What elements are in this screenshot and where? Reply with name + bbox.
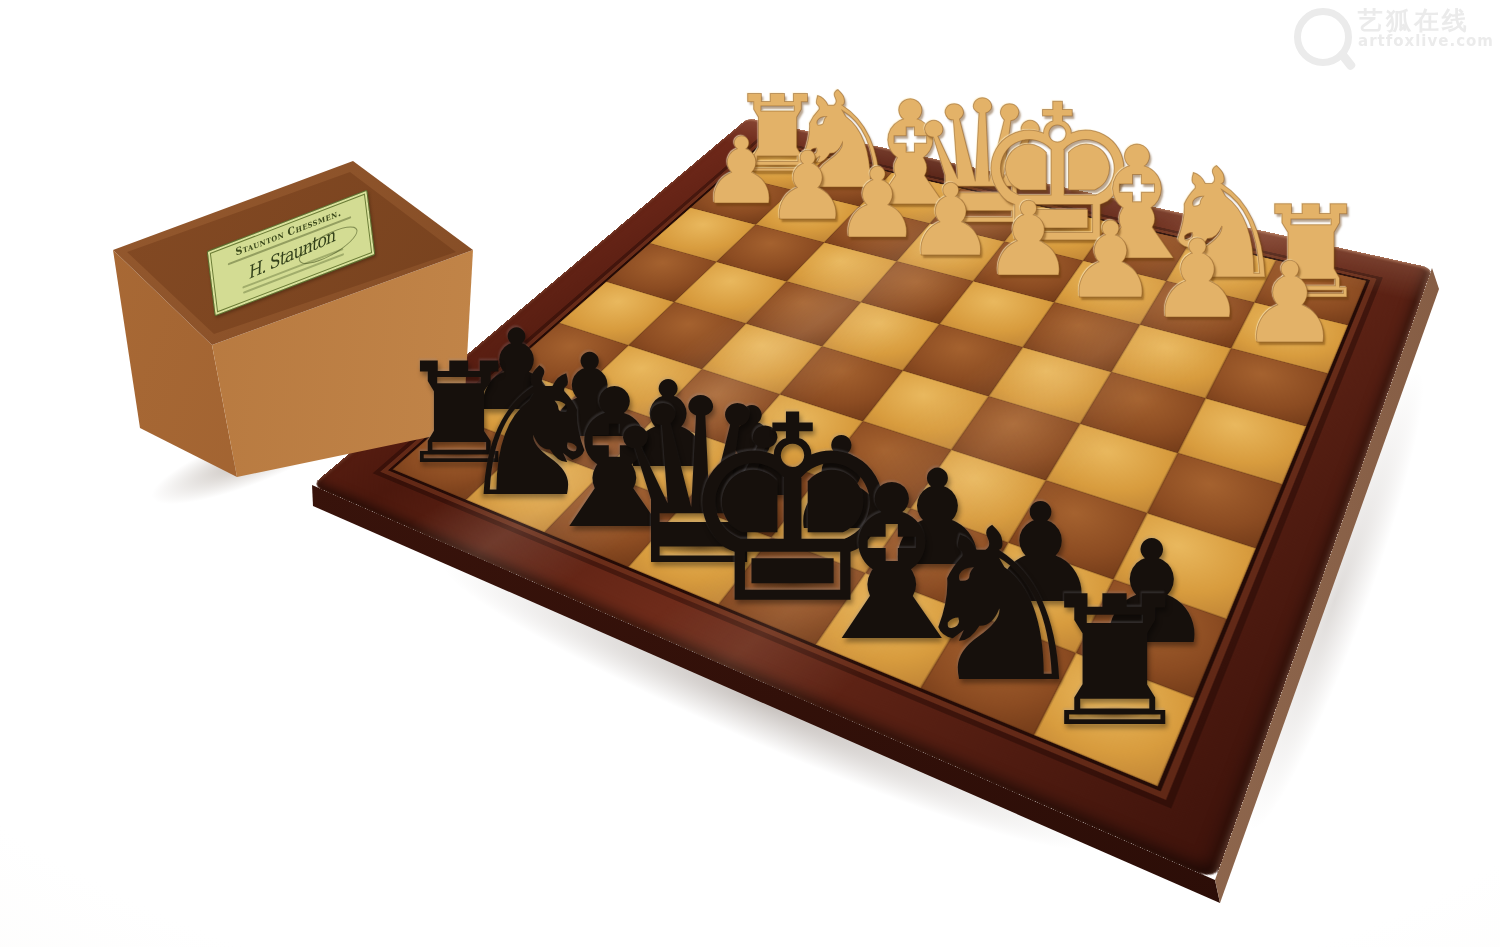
magnifier-icon	[1294, 8, 1352, 66]
watermark: 艺狐在线 artfoxlive.com	[1294, 8, 1494, 66]
auction-photo-stage: ♜♞♝♛♚♝♞♜♟♟♟♟♟♟♟♟♟♟♟♟♟♟♟♟♜♞♝♛♚♝♞♜ Staunto…	[0, 0, 1500, 947]
watermark-chinese-text: 艺狐在线	[1358, 8, 1494, 34]
chess-board	[312, 118, 1432, 880]
watermark-domain-text: artfoxlive.com	[1358, 34, 1494, 50]
board-grid	[393, 143, 1367, 786]
